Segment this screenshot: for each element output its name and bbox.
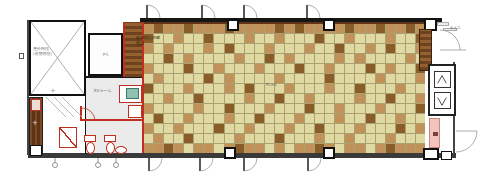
toilet-2-bowl	[106, 142, 115, 154]
floor-tile	[225, 134, 234, 143]
floor-tile	[386, 124, 395, 133]
floor-tile	[335, 24, 344, 33]
floor-tile	[184, 144, 193, 153]
floor-tile	[275, 114, 284, 123]
floor-tile	[396, 74, 405, 83]
floor-tile	[144, 104, 153, 113]
floor-tile	[315, 54, 324, 63]
floor-tile	[355, 104, 364, 113]
floor-tile	[204, 124, 213, 133]
floor-tile	[325, 114, 334, 123]
floor-tile	[305, 134, 314, 143]
floor-tile	[285, 94, 294, 103]
floor-tile	[265, 54, 274, 63]
floor-tile	[406, 114, 415, 123]
floor-tile	[396, 24, 405, 33]
floor-tile	[406, 104, 415, 113]
floor-tile	[345, 54, 354, 63]
floor-tile	[214, 24, 223, 33]
floor-tile	[386, 64, 395, 73]
floor-tile	[194, 94, 203, 103]
floor-tile	[355, 64, 364, 73]
floor-tile	[315, 114, 324, 123]
floor-tile	[154, 94, 163, 103]
floor-tile	[225, 84, 234, 93]
floor-tile	[305, 124, 314, 133]
floor-tile	[174, 44, 183, 53]
floor-tile	[305, 104, 314, 113]
floor-tile	[235, 104, 244, 113]
floor-tile	[235, 54, 244, 63]
floor-tile	[275, 94, 284, 103]
floor-tile	[164, 114, 173, 123]
floor-tile	[396, 114, 405, 123]
floor-tile	[214, 94, 223, 103]
floor-tile	[214, 144, 223, 153]
floor-tile	[225, 44, 234, 53]
shaft-tick	[433, 132, 438, 136]
floor-tile	[144, 44, 153, 53]
floor-tile	[164, 74, 173, 83]
floor-tile	[225, 34, 234, 43]
elevator-car-upper	[434, 71, 451, 88]
floor-tile	[194, 124, 203, 133]
floor-tile	[396, 64, 405, 73]
red-wall-corridor	[123, 22, 125, 77]
floor-tile	[184, 114, 193, 123]
floor-tile	[255, 144, 264, 153]
floor-tile	[406, 144, 415, 153]
floor-tile	[376, 74, 385, 83]
floor-tile	[204, 64, 213, 73]
floor-tile	[335, 124, 344, 133]
floor-tile	[235, 74, 244, 83]
floor-tile	[396, 134, 405, 143]
floor-tile	[376, 34, 385, 43]
floor-tile	[305, 94, 314, 103]
floor-tile	[376, 144, 385, 153]
floor-tile	[275, 104, 284, 113]
floor-tile	[345, 124, 354, 133]
floor-tile	[376, 54, 385, 63]
floor-tile	[174, 64, 183, 73]
floor-tile	[174, 144, 183, 153]
floor-tile	[335, 64, 344, 73]
floor-tile	[366, 114, 375, 123]
floor-tile	[235, 84, 244, 93]
floor-tile	[144, 94, 153, 103]
floor-tile	[194, 24, 203, 33]
floor-tile	[235, 124, 244, 133]
storage-label: PS	[103, 52, 109, 57]
floor-tile	[416, 134, 425, 143]
column-top-2	[323, 19, 335, 31]
floor-tile	[295, 24, 304, 33]
floor-tile	[255, 24, 264, 33]
floor-tile	[285, 64, 294, 73]
floor-tile	[144, 54, 153, 63]
toilet-1-bowl	[86, 142, 95, 154]
floor-tile	[245, 114, 254, 123]
floor-tile	[174, 54, 183, 63]
floor-tile	[204, 144, 213, 153]
floor-tile	[235, 114, 244, 123]
floor-tile	[305, 24, 314, 33]
floor-tile	[355, 44, 364, 53]
floor-tile	[285, 114, 294, 123]
floor-tile	[255, 84, 264, 93]
floor-tile	[285, 74, 294, 83]
floor-tile	[355, 34, 364, 43]
red-wall-wc-left	[80, 106, 82, 121]
floor-tile	[366, 134, 375, 143]
toilet-2-tank	[104, 135, 116, 142]
floor-tile	[164, 134, 173, 143]
floor-tile	[416, 124, 425, 133]
bottom-right-box-2	[441, 151, 452, 160]
toilet-1-tank	[84, 135, 96, 142]
floor-tile	[285, 54, 294, 63]
floor-tile	[174, 74, 183, 83]
floor-tile	[285, 144, 294, 153]
floor-tile	[245, 124, 254, 133]
floor-tile	[335, 84, 344, 93]
wall-bottom	[28, 153, 456, 158]
floor-tile	[214, 84, 223, 93]
floor-tile	[265, 34, 274, 43]
hall-label: EVホール	[94, 88, 111, 93]
floor-tile	[355, 134, 364, 143]
floor-tile	[204, 94, 213, 103]
column-bottom-2	[323, 147, 335, 159]
floor-tile	[265, 24, 274, 33]
floor-tile	[366, 74, 375, 83]
floor-tile	[406, 54, 415, 63]
elevator-shaft	[428, 64, 456, 116]
floor-tile	[214, 134, 223, 143]
floor-tile	[204, 24, 213, 33]
floor-tile	[325, 54, 334, 63]
entrance-label: 出入口	[450, 26, 461, 31]
deck-red-fixture	[31, 99, 41, 111]
floor-tile	[184, 94, 193, 103]
floor-tile	[255, 134, 264, 143]
floor-tile	[315, 74, 324, 83]
floor-tile	[245, 134, 254, 143]
floor-tile	[194, 54, 203, 63]
floor-tile	[275, 54, 284, 63]
floor-tile	[275, 44, 284, 53]
floor-tile	[386, 34, 395, 43]
floor-tile	[184, 74, 193, 83]
floor-tile	[194, 144, 203, 153]
floor-tile	[406, 34, 415, 43]
tile-grid	[144, 24, 425, 153]
floor-tile	[164, 34, 173, 43]
floor-tile	[225, 64, 234, 73]
floor-tile	[325, 64, 334, 73]
floor-tile	[366, 44, 375, 53]
floor-tile	[144, 84, 153, 93]
floor-tile	[386, 74, 395, 83]
floor-tile	[376, 44, 385, 53]
floor-tile	[325, 74, 334, 83]
floor-tile	[355, 114, 364, 123]
floor-tile	[154, 44, 163, 53]
floor-tile	[376, 114, 385, 123]
floor-tile	[305, 64, 314, 73]
floor-tile	[345, 134, 354, 143]
floor-tile	[335, 94, 344, 103]
floor-tile	[174, 124, 183, 133]
floor-tile	[386, 134, 395, 143]
floor-tile	[345, 34, 354, 43]
floor-tile	[235, 64, 244, 73]
stair-label: 屋外階段 (避難階段)	[33, 46, 52, 56]
floor-tile	[154, 74, 163, 83]
floor-tile	[376, 94, 385, 103]
floor-tile	[154, 54, 163, 63]
floor-tile	[255, 74, 264, 83]
floor-tile	[335, 144, 344, 153]
floor-tile	[366, 64, 375, 73]
floor-tile	[275, 24, 284, 33]
floor-tile	[325, 34, 334, 43]
floor-tile	[275, 64, 284, 73]
floor-tile	[406, 84, 415, 93]
floor-tile	[386, 104, 395, 113]
floor-tile	[164, 54, 173, 63]
floor-tile	[235, 144, 244, 153]
floor-tile	[396, 54, 405, 63]
floor-tile	[335, 114, 344, 123]
floor-tile	[194, 64, 203, 73]
floor-tile	[235, 94, 244, 103]
main-hall-room	[144, 22, 425, 153]
floor-tile	[164, 94, 173, 103]
red-wall-wc-top	[80, 119, 143, 121]
floor-tile	[396, 144, 405, 153]
floor-tile	[265, 104, 274, 113]
floor-tile	[154, 144, 163, 153]
floor-tile	[305, 44, 314, 53]
floor-tile	[396, 124, 405, 133]
floor-tile	[335, 34, 344, 43]
floor-tile	[285, 124, 294, 133]
floor-tile	[214, 34, 223, 43]
floor-tile	[386, 44, 395, 53]
floor-tile	[416, 74, 425, 83]
floor-tile	[355, 74, 364, 83]
floor-tile	[204, 74, 213, 83]
floor-tile	[174, 134, 183, 143]
floor-tile	[184, 104, 193, 113]
floor-tile	[315, 94, 324, 103]
floor-tile	[335, 74, 344, 83]
floor-tile	[416, 104, 425, 113]
floor-tile	[355, 124, 364, 133]
floor-tile	[335, 134, 344, 143]
floor-tile	[245, 84, 254, 93]
floor-tile	[355, 144, 364, 153]
floor-tile	[204, 114, 213, 123]
chevron-up-icon	[436, 73, 448, 85]
floor-tile	[295, 34, 304, 43]
floor-tile	[164, 104, 173, 113]
floor-tile	[285, 134, 294, 143]
floor-tile	[174, 94, 183, 103]
floor-tile	[245, 34, 254, 43]
floor-tile	[235, 44, 244, 53]
floor-tile	[144, 144, 153, 153]
floor-tile	[406, 44, 415, 53]
floor-tile	[386, 94, 395, 103]
floor-tile	[315, 134, 324, 143]
floor-tile	[335, 44, 344, 53]
floor-tile	[315, 84, 324, 93]
floor-tile	[325, 84, 334, 93]
floor-tile	[285, 84, 294, 93]
floor-tile	[386, 114, 395, 123]
floor-tile	[164, 64, 173, 73]
floor-tile	[355, 94, 364, 103]
floor-tile	[204, 54, 213, 63]
deck-white-box	[30, 145, 42, 156]
floor-tile	[406, 94, 415, 103]
floor-tile	[295, 134, 304, 143]
floor-tile	[174, 84, 183, 93]
floor-tile	[265, 94, 274, 103]
wc-fixture-box	[128, 105, 142, 118]
floor-tile	[315, 104, 324, 113]
floor-tile	[164, 24, 173, 33]
floor-tile	[335, 54, 344, 63]
floor-tile	[295, 144, 304, 153]
floor-tile	[406, 24, 415, 33]
renovation-note-line2: 新設	[136, 40, 160, 45]
floor-tile	[204, 104, 213, 113]
floor-tile	[295, 54, 304, 63]
floor-tile	[355, 54, 364, 63]
floor-tile	[225, 94, 234, 103]
floor-tile	[184, 54, 193, 63]
floor-tile	[345, 84, 354, 93]
floor-tile	[144, 114, 153, 123]
floor-tile	[154, 134, 163, 143]
floor-tile	[235, 134, 244, 143]
floor-tile	[154, 114, 163, 123]
floor-tile	[366, 94, 375, 103]
floor-tile	[265, 144, 274, 153]
floor-tile	[406, 124, 415, 133]
renovation-note: 新規間仕切壁 新設	[136, 35, 160, 45]
floor-tile	[396, 44, 405, 53]
floor-tile	[214, 54, 223, 63]
floor-tile	[345, 94, 354, 103]
floor-tile	[265, 64, 274, 73]
floor-tile	[335, 104, 344, 113]
floor-tile	[144, 124, 153, 133]
floor-tile	[154, 24, 163, 33]
floor-tile	[184, 34, 193, 43]
stair-landing-mark: +	[50, 88, 56, 95]
chevron-down-icon	[436, 95, 448, 107]
floor-tile	[245, 54, 254, 63]
shower-unit	[59, 127, 77, 148]
floor-tile	[194, 134, 203, 143]
floor-tile	[164, 144, 173, 153]
floor-tile	[295, 124, 304, 133]
floor-tile	[305, 54, 314, 63]
floor-tile	[204, 84, 213, 93]
floor-tile	[315, 64, 324, 73]
floor-tile	[265, 134, 274, 143]
floor-tile	[285, 34, 294, 43]
floor-tile	[376, 134, 385, 143]
wash-basin	[115, 146, 127, 154]
floor-tile	[144, 64, 153, 73]
floor-tile	[366, 104, 375, 113]
floor-tile	[345, 44, 354, 53]
floor-tile	[376, 124, 385, 133]
floor-tile	[194, 114, 203, 123]
floor-tile	[295, 84, 304, 93]
floor-tile	[275, 144, 284, 153]
floor-tile	[245, 104, 254, 113]
floor-tile	[285, 24, 294, 33]
floor-tile	[225, 104, 234, 113]
floor-tile	[194, 84, 203, 93]
floor-tile	[225, 114, 234, 123]
floor-tile	[214, 74, 223, 83]
floor-tile	[184, 44, 193, 53]
stair-label-line2: (避難階段)	[33, 51, 52, 56]
floor-tile	[285, 104, 294, 113]
floor-tile	[225, 74, 234, 83]
floor-tile	[396, 34, 405, 43]
floor-tile	[194, 74, 203, 83]
column-bottom-1	[224, 147, 236, 159]
floor-tile	[214, 114, 223, 123]
floor-tile	[275, 134, 284, 143]
floor-tile	[305, 144, 314, 153]
floor-tile	[154, 64, 163, 73]
floor-tile	[225, 124, 234, 133]
outdoor-stairwell	[29, 20, 86, 96]
floor-tile	[174, 104, 183, 113]
floor-tile	[305, 34, 314, 43]
floor-tile	[154, 104, 163, 113]
floor-tile	[416, 114, 425, 123]
floor-tile	[184, 84, 193, 93]
floor-tile	[164, 124, 173, 133]
floor-tile	[154, 124, 163, 133]
floor-tile	[295, 94, 304, 103]
floor-tile	[366, 34, 375, 43]
floor-tile	[255, 114, 264, 123]
floor-tile	[416, 84, 425, 93]
floor-tile	[255, 44, 264, 53]
floor-tile	[315, 44, 324, 53]
floor-tile	[386, 144, 395, 153]
floor-tile	[396, 104, 405, 113]
floor-tile	[275, 124, 284, 133]
floor-tile	[366, 24, 375, 33]
elevator-car-lower	[434, 92, 451, 109]
floor-tile	[144, 24, 153, 33]
floor-tile	[144, 74, 153, 83]
floor-tile	[275, 34, 284, 43]
